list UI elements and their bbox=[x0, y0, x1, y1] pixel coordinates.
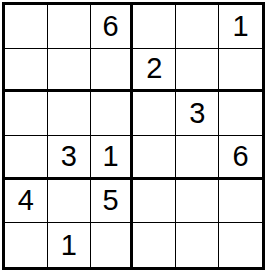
cell-r3c1[interactable] bbox=[5, 92, 48, 136]
cell-r1c2[interactable] bbox=[48, 5, 91, 49]
cell-r1c6[interactable]: 1 bbox=[219, 5, 262, 49]
cell-r2c4[interactable]: 2 bbox=[133, 49, 176, 93]
cell-r6c4[interactable] bbox=[133, 223, 176, 267]
cell-r3c4[interactable] bbox=[133, 92, 176, 136]
cell-r2c2[interactable] bbox=[48, 49, 91, 93]
cell-r4c5[interactable] bbox=[176, 136, 219, 180]
cell-r2c6[interactable] bbox=[219, 49, 262, 93]
cell-r6c1[interactable] bbox=[5, 223, 48, 267]
cell-r6c2[interactable]: 1 bbox=[48, 223, 91, 267]
cell-r6c3[interactable] bbox=[91, 223, 134, 267]
cell-r1c1[interactable] bbox=[5, 5, 48, 49]
cell-r2c1[interactable] bbox=[5, 49, 48, 93]
cell-r5c6[interactable] bbox=[219, 180, 262, 224]
cell-r4c2[interactable]: 3 bbox=[48, 136, 91, 180]
cell-r4c6[interactable]: 6 bbox=[219, 136, 262, 180]
cell-r4c1[interactable] bbox=[5, 136, 48, 180]
cell-r1c3[interactable]: 6 bbox=[91, 5, 134, 49]
cell-r3c2[interactable] bbox=[48, 92, 91, 136]
cell-r3c3[interactable] bbox=[91, 92, 134, 136]
cell-r4c4[interactable] bbox=[133, 136, 176, 180]
cell-r2c5[interactable] bbox=[176, 49, 219, 93]
sudoku-board: 6123316451 bbox=[2, 2, 265, 270]
cell-r5c5[interactable] bbox=[176, 180, 219, 224]
cell-r3c5[interactable]: 3 bbox=[176, 92, 219, 136]
cell-r4c3[interactable]: 1 bbox=[91, 136, 134, 180]
cell-r2c3[interactable] bbox=[91, 49, 134, 93]
cell-r5c4[interactable] bbox=[133, 180, 176, 224]
cell-r5c3[interactable]: 5 bbox=[91, 180, 134, 224]
cell-r6c6[interactable] bbox=[219, 223, 262, 267]
cell-r6c5[interactable] bbox=[176, 223, 219, 267]
cell-r1c4[interactable] bbox=[133, 5, 176, 49]
cell-r5c2[interactable] bbox=[48, 180, 91, 224]
cell-r3c6[interactable] bbox=[219, 92, 262, 136]
cell-r5c1[interactable]: 4 bbox=[5, 180, 48, 224]
cell-r1c5[interactable] bbox=[176, 5, 219, 49]
